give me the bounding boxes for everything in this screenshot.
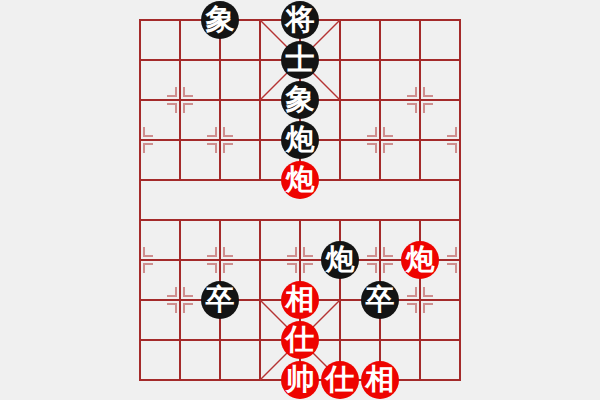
piece-red-advisor[interactable]: 仕	[281, 321, 319, 359]
screen: 象将士象炮炮炮炮卒相卒仕帅仕相	[0, 0, 600, 400]
pieces-layer: 象将士象炮炮炮炮卒相卒仕帅仕相	[0, 0, 600, 400]
piece-glyph: 卒	[206, 285, 235, 314]
piece-red-elephant[interactable]: 相	[281, 281, 319, 319]
piece-black-advisor[interactable]: 士	[281, 41, 319, 79]
piece-black-cannon[interactable]: 炮	[321, 241, 359, 279]
piece-black-pawn[interactable]: 卒	[201, 281, 239, 319]
piece-glyph: 炮	[286, 165, 315, 194]
piece-glyph: 炮	[286, 125, 315, 154]
piece-glyph: 炮	[406, 245, 435, 274]
piece-red-cannon[interactable]: 炮	[401, 241, 439, 279]
piece-red-elephant[interactable]: 相	[361, 361, 399, 399]
piece-glyph: 仕	[326, 365, 355, 394]
piece-glyph: 帅	[286, 365, 315, 394]
piece-glyph: 卒	[366, 285, 395, 314]
piece-glyph: 士	[286, 45, 315, 74]
piece-black-cannon[interactable]: 炮	[281, 121, 319, 159]
piece-black-elephant[interactable]: 象	[201, 1, 239, 39]
xiangqi-board: 象将士象炮炮炮炮卒相卒仕帅仕相	[0, 0, 600, 400]
piece-glyph: 相	[366, 365, 395, 394]
piece-glyph: 炮	[326, 245, 355, 274]
piece-red-cannon[interactable]: 炮	[281, 161, 319, 199]
piece-glyph: 将	[286, 5, 315, 34]
piece-red-advisor[interactable]: 仕	[321, 361, 359, 399]
piece-glyph: 象	[286, 85, 315, 114]
piece-glyph: 象	[206, 5, 235, 34]
piece-black-elephant[interactable]: 象	[281, 81, 319, 119]
piece-glyph: 仕	[286, 325, 315, 354]
piece-black-pawn[interactable]: 卒	[361, 281, 399, 319]
piece-black-general[interactable]: 将	[281, 1, 319, 39]
piece-glyph: 相	[286, 285, 315, 314]
piece-red-general[interactable]: 帅	[281, 361, 319, 399]
